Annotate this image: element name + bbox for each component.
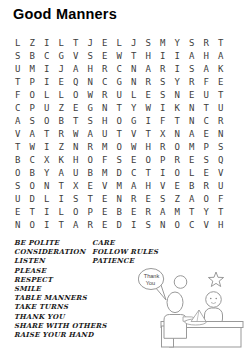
grid-cell: I [40,141,55,154]
grid-cell: E [199,128,214,141]
grid-cell: M [98,141,113,154]
grid-cell: C [25,154,40,167]
grid-cell: T [141,167,156,180]
grid-cell: I [40,63,55,76]
grid-cell: J [127,37,142,50]
grid-cell: D [112,219,127,232]
grid-cell: E [141,89,156,102]
grid-cell: A [25,128,40,141]
grid-cell: Y [199,206,214,219]
word-item: TABLE MANNERS [14,294,107,303]
grid-cell: H [199,50,214,63]
grid-cell: T [83,193,98,206]
grid-cell: S [83,115,98,128]
grid-cell: O [11,167,26,180]
grid-cell: K [54,154,69,167]
grid-cell: R [127,193,142,206]
grid-cell: N [185,115,200,128]
grid-cell: R [170,154,185,167]
grid-cell: A [141,63,156,76]
grid-cell: F [98,154,113,167]
grid-cell: F [156,115,171,128]
grid-cell: C [127,167,142,180]
grid-cell: O [69,206,84,219]
grid-cell: V [69,50,84,63]
grid-cell: C [40,50,55,63]
grid-cell: U [69,167,84,180]
grid-cell: G [54,50,69,63]
grid-cell: T [11,141,26,154]
grid-cell: O [25,180,40,193]
page-title: Good Manners [13,6,117,22]
worksheet-page: { "game": "word-search", "title": "Good … [0,0,247,350]
grid-cell: F [199,76,214,89]
grid-cell: L [40,89,55,102]
grid-cell: N [98,102,113,115]
grid-cell: K [170,102,185,115]
grid-cell: A [185,128,200,141]
grid-cell: O [112,115,127,128]
grid-cell: M [25,63,40,76]
grid-cell: O [25,89,40,102]
grid-cell: T [112,128,127,141]
grid-cell: S [199,154,214,167]
grid-cell: D [112,167,127,180]
grid-cell: R [199,37,214,50]
grid-cell: I [141,115,156,128]
grid-cell: R [141,76,156,89]
grid-cell: H [98,115,113,128]
grid-cell: S [141,37,156,50]
grid-cell: C [185,219,200,232]
grid-cell: U [11,193,26,206]
grid-cell: Y [170,76,185,89]
grid-cell: A [54,167,69,180]
grid-cell: N [127,76,142,89]
word-item: SHARE WITH OTHERS [14,322,107,331]
grid-cell: E [98,37,113,50]
grid-cell: T [141,128,156,141]
grid-cell: T [199,102,214,115]
grid-cell: T [214,206,229,219]
grid-cell: R [83,219,98,232]
grid-cell: S [25,115,40,128]
grid-cell: C [98,76,113,89]
grid-cell: E [98,50,113,63]
clerk-eye-left [210,298,211,299]
grid-cell: T [54,219,69,232]
grid-cell: E [98,219,113,232]
grid-cell: W [83,89,98,102]
grid-cell: D [25,193,40,206]
grid-cell: T [25,206,40,219]
grid-cell: W [25,141,40,154]
grid-cell: S [156,89,171,102]
grid-cell: Z [170,193,185,206]
grid-cell: G [127,115,142,128]
grid-cell: H [214,219,229,232]
grid-cell: E [214,76,229,89]
grid-cell: L [54,206,69,219]
grid-cell: M [185,141,200,154]
grid-cell: B [25,167,40,180]
grid-cell: K [214,63,229,76]
grid-cell: Z [54,141,69,154]
grid-cell: B [83,167,98,180]
grid-cell: L [127,89,142,102]
grid-cell: E [98,193,113,206]
grid-cell: L [11,37,26,50]
word-item: CARE [92,239,158,248]
word-item: RAISE YOUR HAND [14,331,107,340]
grid-cell: J [83,37,98,50]
grid-cell: B [112,206,127,219]
grid-cell: O [141,154,156,167]
grid-cell: M [112,180,127,193]
grid-cell: O [40,115,55,128]
grid-cell: L [185,167,200,180]
grid-cell: I [127,219,142,232]
grid-cell: N [214,128,229,141]
bubble-text-line2: You [146,280,155,286]
grid-cell: A [11,115,26,128]
grid-cell: E [54,76,69,89]
grid-cell: X [40,154,55,167]
grid-cell: S [83,50,98,63]
grid-cell: W [141,102,156,115]
grid-cell: A [214,50,229,63]
grid-cell: I [156,102,171,115]
grid-cell: R [54,128,69,141]
grid-cell: A [156,206,171,219]
word-item: SMILE [14,285,107,294]
grid-cell: T [170,115,185,128]
grid-cell: I [40,219,55,232]
grid-cell: E [185,89,200,102]
grid-cell: A [185,193,200,206]
grid-cell: S [156,193,171,206]
grid-cell: U [11,63,26,76]
thank-you-illustration: Thank You [138,255,247,350]
grid-cell: E [83,180,98,193]
grid-cell: U [112,89,127,102]
grid-cell: A [83,128,98,141]
grid-cell: G [83,102,98,115]
grid-cell: T [185,206,200,219]
grid-cell: S [141,219,156,232]
speech-bubble: Thank You [138,269,166,301]
grid-cell: M [170,206,185,219]
grid-cell: E [11,206,26,219]
grid-cell: O [83,154,98,167]
grid-cell: S [185,63,200,76]
grid-cell: C [199,115,214,128]
grid-cell: U [199,89,214,102]
grid-cell: N [185,102,200,115]
grid-cell: E [170,180,185,193]
grid-cell: S [214,141,229,154]
grid-cell: T [54,180,69,193]
clerk-figure [205,292,223,326]
grid-cell: V [98,180,113,193]
grid-cell: G [112,76,127,89]
grid-cell: Z [54,102,69,115]
grid-cell: T [69,115,84,128]
grid-cell: J [54,63,69,76]
grid-cell: R [98,63,113,76]
grid-cell: E [199,167,214,180]
grid-cell: T [112,102,127,115]
grid-cell: A [69,219,84,232]
grid-cell: Y [40,167,55,180]
grid-cell: S [185,37,200,50]
grid-cell: E [98,206,113,219]
grid-cell: N [69,141,84,154]
word-item: PLEASE [14,267,107,276]
grid-cell: Y [170,37,185,50]
grid-cell: H [69,154,84,167]
grid-cell: A [199,63,214,76]
grid-cell: L [112,37,127,50]
grid-cell: H [141,180,156,193]
grid-cell: V [214,167,229,180]
grid-cell: R [199,180,214,193]
grid-cell: T [11,76,26,89]
grid-cell: E [127,206,142,219]
grid-cell: T [127,50,142,63]
grid-cell: N [83,76,98,89]
grid-cell: V [11,128,26,141]
grid-cell: N [112,193,127,206]
grid-cell: Q [69,76,84,89]
grid-cell: O [69,89,84,102]
grid-cell: N [127,63,142,76]
grid-cell: W [127,141,142,154]
grid-cell: I [40,37,55,50]
grid-cell: O [112,141,127,154]
grid-cell: C [112,63,127,76]
grid-cell: N [156,219,171,232]
grid-cell: R [141,206,156,219]
grid-cell: A [127,180,142,193]
grid-cell: P [199,141,214,154]
grid-cell: T [40,128,55,141]
grid-cell: X [69,180,84,193]
grid-cell: Q [214,154,229,167]
clerk-eye-right [216,298,217,299]
grid-cell: N [11,219,26,232]
grid-cell: P [25,76,40,89]
grid-cell: L [40,193,55,206]
grid-cell: W [112,50,127,63]
grid-cell: U [40,102,55,115]
grid-cell: S [69,193,84,206]
grid-cell: A [185,50,200,63]
customer-head [167,292,183,313]
grid-cell: B [185,180,200,193]
word-search-grid: LZILTJELJSMYSRTSBCGVSEWTHIIAHAUMIJAHRCNA… [11,37,229,232]
grid-cell: S [11,180,26,193]
grid-cell: R [156,63,171,76]
grid-cell: I [40,206,55,219]
grid-cell: P [83,206,98,219]
grid-cell: I [170,50,185,63]
grid-cell: M [98,167,113,180]
grid-cell: Z [25,37,40,50]
grid-cell: I [54,193,69,206]
grid-cell: O [170,141,185,154]
grid-cell: W [69,128,84,141]
grid-cell: S [112,154,127,167]
grid-cell: S [11,50,26,63]
grid-cell: H [83,63,98,76]
grid-cell: N [170,89,185,102]
grid-cell: P [156,154,171,167]
grid-cell: U [214,102,229,115]
grid-cell: O [25,219,40,232]
grid-cell: E [141,193,156,206]
grid-cell: T [69,37,84,50]
star-icon [208,272,223,287]
grid-cell: B [25,50,40,63]
grid-cell: C [11,102,26,115]
grid-cell: B [54,115,69,128]
grid-cell: T [214,37,229,50]
grid-cell: R [185,76,200,89]
clerk-head [206,292,222,308]
grid-cell: H [141,50,156,63]
grid-cell: U [214,180,229,193]
grid-cell: I [40,76,55,89]
grid-cell: Y [127,102,142,115]
grid-cell: S [156,76,171,89]
grid-cell: U [98,128,113,141]
grid-cell: O [170,219,185,232]
grid-cell: V [127,128,142,141]
grid-cell: E [69,102,84,115]
word-item: TAKE TURNS [14,303,107,312]
grid-cell: M [156,37,171,50]
grid-cell: N [170,128,185,141]
grid-cell: R [156,141,171,154]
grid-cell: B [11,154,26,167]
grid-cell: I [156,167,171,180]
grid-cell: T [214,89,229,102]
word-item: RESPECT [14,276,107,285]
ball-icon [174,276,187,289]
grid-cell: O [170,167,185,180]
grid-cell: R [83,141,98,154]
bubble-text-line1: Thank [144,273,160,279]
grid-cell: L [54,89,69,102]
grid-cell: I [156,50,171,63]
grid-cell: I [170,63,185,76]
grid-cell: V [199,219,214,232]
grid-cell: R [214,115,229,128]
grid-cell: E [127,154,142,167]
grid-cell: X [156,128,171,141]
grid-cell: N [40,180,55,193]
word-item: THANK YOU [14,313,107,322]
grid-cell: E [185,154,200,167]
grid-cell: F [11,89,26,102]
grid-cell: A [69,63,84,76]
grid-cell: P [25,102,40,115]
grid-cell: R [98,89,113,102]
grid-cell: H [141,141,156,154]
grid-cell: O [199,193,214,206]
grid-cell: F [214,193,229,206]
grid-cell: L [54,37,69,50]
grid-cell: V [156,180,171,193]
